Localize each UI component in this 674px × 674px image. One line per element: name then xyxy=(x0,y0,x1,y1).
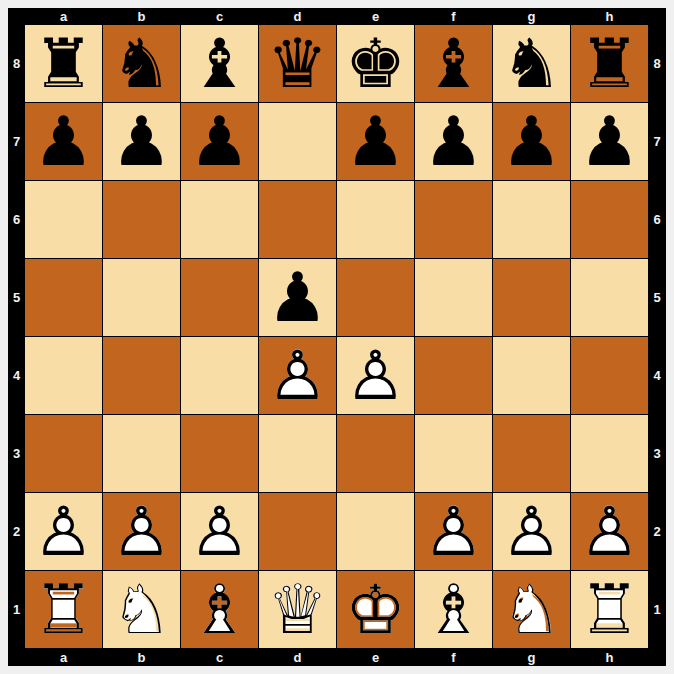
square-g3[interactable] xyxy=(493,415,570,492)
file-label-c: c xyxy=(181,648,258,666)
square-a5[interactable] xyxy=(25,259,102,336)
rank-label-4: 4 xyxy=(648,337,666,414)
square-g8[interactable]: ♞ xyxy=(493,25,570,102)
black-piece-glyph: ♟ xyxy=(25,103,102,180)
square-f2[interactable]: ♟♙ xyxy=(415,493,492,570)
piece-black-pawn-h7[interactable]: ♟ xyxy=(571,103,648,180)
black-piece-glyph: ♟ xyxy=(181,103,258,180)
black-piece-glyph: ♟ xyxy=(571,103,648,180)
piece-black-bishop-c8[interactable]: ♝ xyxy=(181,25,258,102)
file-label-a: a xyxy=(25,648,102,666)
square-h5[interactable] xyxy=(571,259,648,336)
board-frame: abcdefgh 87654321 ♜♞♝♛♚♝♞♜♟♟♟♟♟♟♟♟♟♙♟♙♟♙… xyxy=(8,8,666,666)
black-piece-glyph: ♚ xyxy=(337,25,414,102)
piece-white-pawn-b2[interactable]: ♟♙ xyxy=(103,493,180,570)
white-piece-outline-glyph: ♗ xyxy=(415,571,492,648)
file-labels-bottom: abcdefgh xyxy=(25,648,648,666)
square-b1[interactable]: ♞♘ xyxy=(103,571,180,648)
square-b6[interactable] xyxy=(103,181,180,258)
black-piece-glyph: ♜ xyxy=(571,25,648,102)
square-f6[interactable] xyxy=(415,181,492,258)
square-g7[interactable]: ♟ xyxy=(493,103,570,180)
square-b4[interactable] xyxy=(103,337,180,414)
white-piece-outline-glyph: ♙ xyxy=(493,493,570,570)
square-e2[interactable] xyxy=(337,493,414,570)
black-piece-glyph: ♟ xyxy=(493,103,570,180)
square-e4[interactable]: ♟♙ xyxy=(337,337,414,414)
file-label-h: h xyxy=(571,8,648,25)
square-a3[interactable] xyxy=(25,415,102,492)
square-e7[interactable]: ♟ xyxy=(337,103,414,180)
white-piece-outline-glyph: ♕ xyxy=(259,571,336,648)
piece-black-king-e8[interactable]: ♚ xyxy=(337,25,414,102)
white-piece-outline-glyph: ♔ xyxy=(337,571,414,648)
file-label-a: a xyxy=(25,8,102,25)
square-d5[interactable]: ♟ xyxy=(259,259,336,336)
square-e5[interactable] xyxy=(337,259,414,336)
piece-white-bishop-f1[interactable]: ♝♗ xyxy=(415,571,492,648)
square-c4[interactable] xyxy=(181,337,258,414)
white-piece-outline-glyph: ♖ xyxy=(571,571,648,648)
square-g2[interactable]: ♟♙ xyxy=(493,493,570,570)
piece-white-pawn-h2[interactable]: ♟♙ xyxy=(571,493,648,570)
rank-label-2: 2 xyxy=(8,493,25,570)
square-f7[interactable]: ♟ xyxy=(415,103,492,180)
square-c8[interactable]: ♝ xyxy=(181,25,258,102)
file-label-f: f xyxy=(415,648,492,666)
file-label-h: h xyxy=(571,648,648,666)
piece-white-knight-b1[interactable]: ♞♘ xyxy=(103,571,180,648)
piece-white-bishop-c1[interactable]: ♝♗ xyxy=(181,571,258,648)
file-label-f: f xyxy=(415,8,492,25)
white-piece-outline-glyph: ♙ xyxy=(337,337,414,414)
square-g6[interactable] xyxy=(493,181,570,258)
square-d2[interactable] xyxy=(259,493,336,570)
rank-labels-right: 87654321 xyxy=(648,25,666,648)
rank-label-5: 5 xyxy=(8,259,25,336)
square-f4[interactable] xyxy=(415,337,492,414)
piece-black-pawn-g7[interactable]: ♟ xyxy=(493,103,570,180)
square-f3[interactable] xyxy=(415,415,492,492)
black-piece-glyph: ♝ xyxy=(181,25,258,102)
square-c2[interactable]: ♟♙ xyxy=(181,493,258,570)
white-piece-outline-glyph: ♘ xyxy=(493,571,570,648)
white-piece-outline-glyph: ♙ xyxy=(259,337,336,414)
rank-label-1: 1 xyxy=(648,571,666,648)
piece-white-queen-d1[interactable]: ♛♕ xyxy=(259,571,336,648)
black-piece-glyph: ♝ xyxy=(415,25,492,102)
piece-black-knight-b8[interactable]: ♞ xyxy=(103,25,180,102)
file-label-b: b xyxy=(103,8,180,25)
piece-white-pawn-e4[interactable]: ♟♙ xyxy=(337,337,414,414)
square-a2[interactable]: ♟♙ xyxy=(25,493,102,570)
square-c5[interactable] xyxy=(181,259,258,336)
square-e1[interactable]: ♚♔ xyxy=(337,571,414,648)
square-f5[interactable] xyxy=(415,259,492,336)
white-piece-outline-glyph: ♙ xyxy=(571,493,648,570)
black-piece-glyph: ♞ xyxy=(493,25,570,102)
piece-white-knight-g1[interactable]: ♞♘ xyxy=(493,571,570,648)
piece-white-rook-h1[interactable]: ♜♖ xyxy=(571,571,648,648)
square-b3[interactable] xyxy=(103,415,180,492)
chess-app: abcdefgh 87654321 ♜♞♝♛♚♝♞♜♟♟♟♟♟♟♟♟♟♙♟♙♟♙… xyxy=(0,0,674,674)
square-f1[interactable]: ♝♗ xyxy=(415,571,492,648)
piece-white-rook-a1[interactable]: ♜♖ xyxy=(25,571,102,648)
black-piece-glyph: ♞ xyxy=(103,25,180,102)
rank-labels-left: 87654321 xyxy=(8,25,25,648)
black-piece-glyph: ♟ xyxy=(415,103,492,180)
square-h7[interactable]: ♟ xyxy=(571,103,648,180)
file-label-d: d xyxy=(259,648,336,666)
rank-label-5: 5 xyxy=(648,259,666,336)
rank-label-8: 8 xyxy=(8,25,25,102)
piece-black-pawn-c7[interactable]: ♟ xyxy=(181,103,258,180)
rank-label-6: 6 xyxy=(648,181,666,258)
white-piece-outline-glyph: ♙ xyxy=(415,493,492,570)
piece-white-pawn-g2[interactable]: ♟♙ xyxy=(493,493,570,570)
piece-white-pawn-d4[interactable]: ♟♙ xyxy=(259,337,336,414)
piece-black-rook-h8[interactable]: ♜ xyxy=(571,25,648,102)
file-label-g: g xyxy=(493,8,570,25)
square-h8[interactable]: ♜ xyxy=(571,25,648,102)
rank-label-8: 8 xyxy=(648,25,666,102)
piece-black-pawn-d5[interactable]: ♟ xyxy=(259,259,336,336)
square-c7[interactable]: ♟ xyxy=(181,103,258,180)
square-e6[interactable] xyxy=(337,181,414,258)
square-h1[interactable]: ♜♖ xyxy=(571,571,648,648)
white-piece-outline-glyph: ♗ xyxy=(181,571,258,648)
file-label-c: c xyxy=(181,8,258,25)
square-c1[interactable]: ♝♗ xyxy=(181,571,258,648)
white-piece-outline-glyph: ♖ xyxy=(25,571,102,648)
square-h2[interactable]: ♟♙ xyxy=(571,493,648,570)
piece-black-pawn-b7[interactable]: ♟ xyxy=(103,103,180,180)
rank-label-6: 6 xyxy=(8,181,25,258)
rank-label-3: 3 xyxy=(8,415,25,492)
frame-corner-bottom-right xyxy=(648,648,666,666)
rank-label-7: 7 xyxy=(8,103,25,180)
file-label-e: e xyxy=(337,8,414,25)
square-a7[interactable]: ♟ xyxy=(25,103,102,180)
piece-black-pawn-e7[interactable]: ♟ xyxy=(337,103,414,180)
square-d8[interactable]: ♛ xyxy=(259,25,336,102)
square-g1[interactable]: ♞♘ xyxy=(493,571,570,648)
file-label-e: e xyxy=(337,648,414,666)
piece-black-queen-d8[interactable]: ♛ xyxy=(259,25,336,102)
rank-label-3: 3 xyxy=(648,415,666,492)
black-piece-glyph: ♛ xyxy=(259,25,336,102)
square-d6[interactable] xyxy=(259,181,336,258)
black-piece-glyph: ♟ xyxy=(337,103,414,180)
square-b8[interactable]: ♞ xyxy=(103,25,180,102)
square-g4[interactable] xyxy=(493,337,570,414)
square-a1[interactable]: ♜♖ xyxy=(25,571,102,648)
file-label-d: d xyxy=(259,8,336,25)
rank-label-1: 1 xyxy=(8,571,25,648)
rank-label-7: 7 xyxy=(648,103,666,180)
square-a8[interactable]: ♜ xyxy=(25,25,102,102)
black-piece-glyph: ♜ xyxy=(25,25,102,102)
piece-black-pawn-f7[interactable]: ♟ xyxy=(415,103,492,180)
square-g5[interactable] xyxy=(493,259,570,336)
square-a4[interactable] xyxy=(25,337,102,414)
piece-white-pawn-f2[interactable]: ♟♙ xyxy=(415,493,492,570)
piece-black-knight-g8[interactable]: ♞ xyxy=(493,25,570,102)
frame-corner-top-left xyxy=(8,8,25,25)
square-d4[interactable]: ♟♙ xyxy=(259,337,336,414)
piece-white-pawn-c2[interactable]: ♟♙ xyxy=(181,493,258,570)
square-e8[interactable]: ♚ xyxy=(337,25,414,102)
square-b7[interactable]: ♟ xyxy=(103,103,180,180)
piece-white-king-e1[interactable]: ♚♔ xyxy=(337,571,414,648)
white-piece-outline-glyph: ♙ xyxy=(181,493,258,570)
square-f8[interactable]: ♝ xyxy=(415,25,492,102)
white-piece-outline-glyph: ♙ xyxy=(25,493,102,570)
square-e3[interactable] xyxy=(337,415,414,492)
file-label-g: g xyxy=(493,648,570,666)
square-c6[interactable] xyxy=(181,181,258,258)
square-d7[interactable] xyxy=(259,103,336,180)
piece-black-bishop-f8[interactable]: ♝ xyxy=(415,25,492,102)
frame-corner-bottom-left xyxy=(8,648,25,666)
file-labels-top: abcdefgh xyxy=(25,8,648,25)
piece-white-pawn-a2[interactable]: ♟♙ xyxy=(25,493,102,570)
piece-black-pawn-a7[interactable]: ♟ xyxy=(25,103,102,180)
square-h3[interactable] xyxy=(571,415,648,492)
square-b5[interactable] xyxy=(103,259,180,336)
file-label-b: b xyxy=(103,648,180,666)
black-piece-glyph: ♟ xyxy=(103,103,180,180)
piece-black-rook-a8[interactable]: ♜ xyxy=(25,25,102,102)
white-piece-outline-glyph: ♘ xyxy=(103,571,180,648)
square-h6[interactable] xyxy=(571,181,648,258)
frame-corner-top-right xyxy=(648,8,666,25)
square-h4[interactable] xyxy=(571,337,648,414)
black-piece-glyph: ♟ xyxy=(259,259,336,336)
square-b2[interactable]: ♟♙ xyxy=(103,493,180,570)
white-piece-outline-glyph: ♙ xyxy=(103,493,180,570)
chess-board[interactable]: ♜♞♝♛♚♝♞♜♟♟♟♟♟♟♟♟♟♙♟♙♟♙♟♙♟♙♟♙♟♙♟♙♜♖♞♘♝♗♛♕… xyxy=(25,25,648,648)
square-c3[interactable] xyxy=(181,415,258,492)
square-d3[interactable] xyxy=(259,415,336,492)
rank-label-2: 2 xyxy=(648,493,666,570)
rank-label-4: 4 xyxy=(8,337,25,414)
square-a6[interactable] xyxy=(25,181,102,258)
square-d1[interactable]: ♛♕ xyxy=(259,571,336,648)
